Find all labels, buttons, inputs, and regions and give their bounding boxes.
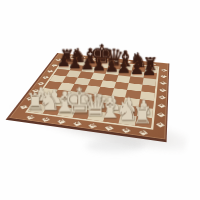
rank-label: 7 [160, 74, 167, 78]
file-label: E [72, 120, 82, 126]
file-label: D [113, 59, 120, 62]
rank-label: 3 [157, 103, 165, 108]
coordinate-diamond-icon [139, 129, 148, 135]
rank-label-text: 3 [33, 89, 38, 92]
file-label: A [149, 62, 156, 65]
product-photo: HGFEDCBA HGFEDCBA 87654321 87654321 ♜♞♝♚… [0, 0, 200, 200]
coordinate-diamond-icon [158, 96, 166, 100]
file-label: D [88, 122, 98, 128]
rank-label-text: 4 [160, 96, 164, 99]
square [45, 81, 62, 89]
file-label-text: D [90, 124, 96, 128]
file-label-text: H [28, 115, 34, 119]
rank-label: 6 [159, 81, 166, 85]
file-label-text: F [59, 119, 64, 123]
rank-label: 5 [158, 88, 165, 93]
coordinate-diamond-icon [20, 105, 27, 109]
rank-label-text: 3 [159, 104, 163, 107]
coordinate-diamond-icon [26, 96, 33, 100]
file-label-text: E [75, 121, 80, 125]
rank-label: 8 [160, 69, 167, 73]
file-label-text: C [107, 126, 112, 130]
rank-label-text: 2 [27, 97, 32, 100]
file-label-text: G [43, 117, 49, 121]
square: ♞ [42, 105, 62, 116]
coordinate-diamond-icon [42, 117, 50, 122]
rank-label: 2 [156, 112, 164, 118]
coordinate-diamond-icon [159, 88, 166, 92]
file-label: C [104, 124, 114, 130]
square: ♟ [91, 102, 109, 112]
square: ♝ [57, 107, 76, 118]
file-label-text: B [139, 62, 142, 64]
rank-label-text: 5 [160, 89, 163, 92]
coordinate-diamond-icon [89, 123, 97, 128]
perspective-scene: HGFEDCBA HGFEDCBA 87654321 87654321 ♜♞♝♚… [0, 0, 200, 200]
rank-label-text: 1 [21, 105, 26, 108]
coordinate-diamond-icon [157, 104, 165, 108]
coordinate-diamond-icon [58, 119, 66, 124]
rank-label-text: 8 [162, 69, 165, 71]
square [138, 99, 154, 109]
file-label: H [68, 55, 75, 58]
file-label: B [121, 127, 131, 134]
file-label: G [41, 116, 52, 122]
rank-label: 1 [155, 121, 164, 127]
file-label-text: A [141, 130, 146, 134]
file-label: G [79, 56, 86, 59]
file-label: F [90, 57, 97, 60]
file-label-text: D [115, 60, 119, 62]
coordinate-diamond-icon [73, 121, 81, 126]
coordinate-diamond-icon [122, 127, 131, 133]
square [114, 81, 129, 89]
file-label: A [138, 129, 147, 136]
file-label-text: A [151, 63, 154, 65]
rank-label-text: 7 [162, 75, 165, 77]
chess-board: HGFEDCBA HGFEDCBA 87654321 87654321 ♜♞♝♚… [6, 53, 170, 142]
file-label: C [125, 60, 132, 63]
rank-label-text: 2 [159, 113, 163, 117]
rank-label: 4 [158, 95, 166, 100]
file-label-text: C [127, 61, 130, 63]
coordinate-diamond-icon [105, 125, 113, 130]
coordinate-diamond-icon [32, 89, 39, 93]
file-label: H [26, 114, 37, 120]
file-label: B [137, 61, 144, 64]
coordinate-diamond-icon [156, 122, 165, 127]
coordinate-diamond-icon [27, 115, 35, 120]
file-label-text: B [124, 128, 129, 132]
file-label: F [56, 118, 66, 124]
square: ♜ [135, 116, 152, 128]
rank-label-text: 1 [158, 123, 162, 127]
square: ♞ [118, 114, 136, 126]
rank-label-text: 6 [161, 82, 164, 85]
squares-grid: ♜♞♝♚♛♝♞♜♟♟♟♟♟♟♟♟♟♟♟♟♟♟♟♟♜♞♝♚♛♝♞♜ [25, 57, 159, 129]
coordinate-diamond-icon [156, 112, 164, 117]
file-label: E [102, 58, 109, 61]
